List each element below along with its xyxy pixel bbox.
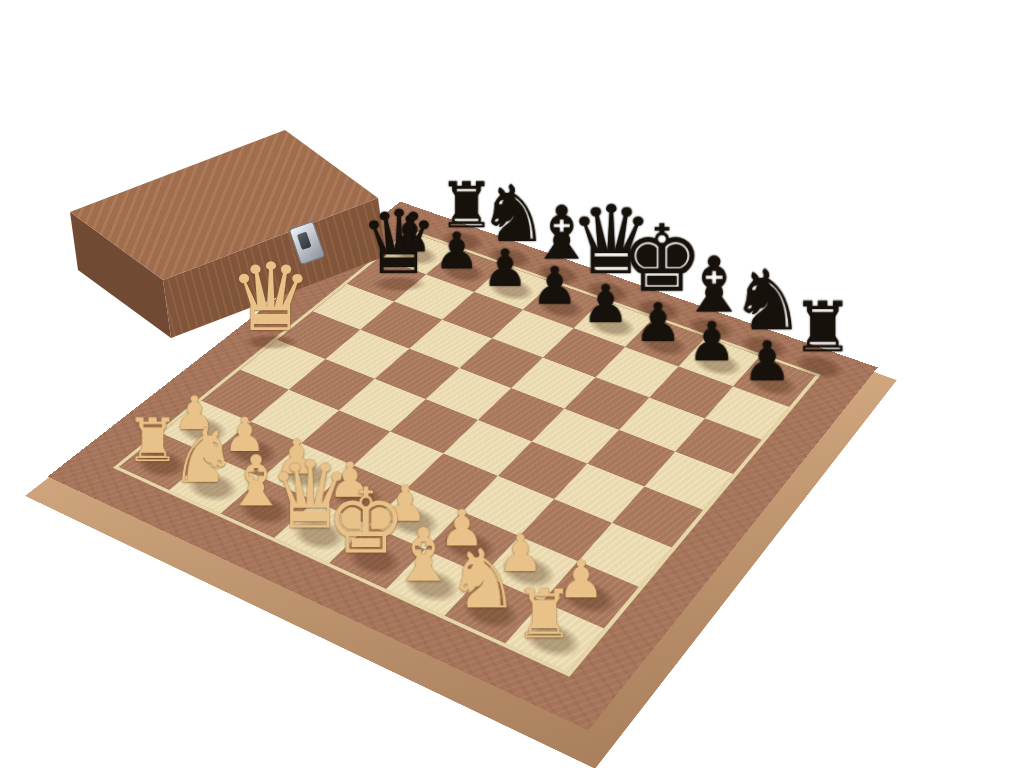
storage-box xyxy=(0,0,1024,768)
product-photo-stage: ♟♟♟♟♟♟♟♟♟♟♟♟♟♟♟♟♜♞♝♛♚♝♞♜ ♜♞♝♛♚♝♞♜ ♛ ♛ xyxy=(0,0,1024,768)
box-lid-top xyxy=(0,0,1024,768)
box-front-face xyxy=(0,0,1024,768)
box-end-face xyxy=(0,0,1024,768)
